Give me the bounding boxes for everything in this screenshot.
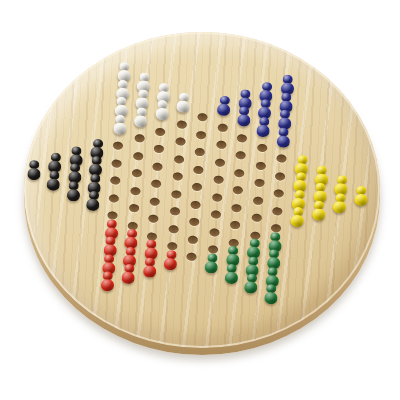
hole[interactable] bbox=[210, 210, 221, 219]
peg-body bbox=[27, 168, 41, 181]
hole[interactable] bbox=[251, 214, 262, 223]
peg-yellow[interactable] bbox=[332, 193, 347, 214]
hole[interactable] bbox=[209, 228, 220, 237]
hole[interactable] bbox=[275, 172, 286, 181]
hole[interactable] bbox=[217, 123, 228, 132]
hole[interactable] bbox=[155, 127, 166, 136]
peg-blue[interactable] bbox=[256, 116, 271, 137]
peg-body bbox=[244, 281, 258, 294]
hole[interactable] bbox=[175, 137, 186, 146]
hole[interactable] bbox=[233, 186, 244, 195]
hole[interactable] bbox=[171, 190, 182, 199]
hole[interactable] bbox=[186, 252, 197, 261]
hole[interactable] bbox=[149, 197, 160, 206]
peg-body bbox=[142, 265, 156, 278]
hole[interactable] bbox=[188, 235, 199, 244]
peg-red[interactable] bbox=[163, 249, 178, 270]
hole[interactable] bbox=[190, 200, 201, 209]
peg-body bbox=[311, 208, 325, 221]
peg-green[interactable] bbox=[204, 253, 219, 274]
peg-body bbox=[66, 188, 80, 201]
hole[interactable] bbox=[234, 168, 245, 177]
hole[interactable] bbox=[256, 144, 267, 153]
peg-body bbox=[224, 271, 238, 284]
hole[interactable] bbox=[128, 204, 139, 213]
hole[interactable] bbox=[197, 113, 208, 122]
peg-white[interactable] bbox=[134, 107, 149, 128]
hole[interactable] bbox=[216, 141, 227, 150]
hole[interactable] bbox=[255, 161, 266, 170]
hole[interactable] bbox=[235, 151, 246, 160]
hole[interactable] bbox=[131, 169, 142, 178]
peg-black[interactable] bbox=[66, 180, 81, 201]
peg-blue[interactable] bbox=[236, 106, 251, 127]
peg-body bbox=[176, 100, 190, 113]
hole[interactable] bbox=[110, 176, 121, 185]
peg-white[interactable] bbox=[155, 100, 170, 121]
peg-body bbox=[264, 292, 278, 305]
peg-blue[interactable] bbox=[276, 127, 291, 148]
peg-black[interactable] bbox=[46, 170, 61, 191]
hole[interactable] bbox=[193, 165, 204, 174]
peg-green[interactable] bbox=[224, 263, 239, 284]
peg-body bbox=[163, 257, 177, 270]
peg-body bbox=[46, 178, 60, 191]
hole[interactable] bbox=[194, 148, 205, 157]
peg-body bbox=[121, 272, 135, 285]
peg-body bbox=[276, 135, 290, 148]
peg-black[interactable] bbox=[86, 191, 101, 212]
peg-black[interactable] bbox=[27, 160, 42, 181]
peg-body bbox=[100, 279, 114, 292]
hole[interactable] bbox=[230, 221, 241, 230]
hole[interactable] bbox=[176, 120, 187, 129]
peg-green[interactable] bbox=[244, 273, 259, 294]
hole[interactable] bbox=[130, 187, 141, 196]
peg-body bbox=[354, 193, 368, 206]
hole[interactable] bbox=[132, 152, 143, 161]
hole[interactable] bbox=[273, 189, 284, 198]
peg-body bbox=[155, 108, 169, 121]
hole[interactable] bbox=[211, 193, 222, 202]
peg-red[interactable] bbox=[100, 271, 115, 292]
hole[interactable] bbox=[168, 225, 179, 234]
peg-red[interactable] bbox=[142, 257, 157, 278]
hole[interactable] bbox=[252, 196, 263, 205]
peg-body bbox=[112, 122, 126, 135]
peg-yellow[interactable] bbox=[290, 207, 305, 228]
hole[interactable] bbox=[172, 172, 183, 181]
hole[interactable] bbox=[148, 214, 159, 223]
hole[interactable] bbox=[154, 145, 165, 154]
hole[interactable] bbox=[113, 141, 124, 150]
peg-body bbox=[236, 114, 250, 127]
peg-body bbox=[86, 199, 100, 212]
peg-yellow[interactable] bbox=[311, 200, 326, 221]
hole[interactable] bbox=[276, 154, 287, 163]
hole[interactable] bbox=[173, 155, 184, 164]
product-photo bbox=[0, 0, 400, 400]
hole[interactable] bbox=[151, 179, 162, 188]
peg-white[interactable] bbox=[112, 114, 127, 135]
peg-body bbox=[134, 115, 148, 128]
hole[interactable] bbox=[189, 218, 200, 227]
peg-white[interactable] bbox=[176, 92, 191, 113]
peg-body bbox=[204, 261, 218, 274]
peg-body bbox=[290, 215, 304, 228]
hole[interactable] bbox=[152, 162, 163, 171]
hole[interactable] bbox=[169, 207, 180, 216]
hole[interactable] bbox=[214, 158, 225, 167]
hole[interactable] bbox=[111, 159, 122, 168]
peg-blue[interactable] bbox=[217, 96, 232, 117]
peg-red[interactable] bbox=[121, 264, 136, 285]
hole[interactable] bbox=[231, 203, 242, 212]
hole[interactable] bbox=[134, 134, 145, 143]
peg-body bbox=[332, 200, 346, 213]
hole[interactable] bbox=[272, 206, 283, 215]
peg-green[interactable] bbox=[264, 284, 279, 305]
hole[interactable] bbox=[254, 179, 265, 188]
hole[interactable] bbox=[192, 183, 203, 192]
hole-field bbox=[0, 0, 400, 400]
peg-body bbox=[256, 124, 270, 137]
hole[interactable] bbox=[237, 133, 248, 142]
hole[interactable] bbox=[213, 176, 224, 185]
hole[interactable] bbox=[196, 130, 207, 139]
peg-body bbox=[217, 104, 231, 117]
hole[interactable] bbox=[109, 194, 120, 203]
peg-yellow[interactable] bbox=[354, 185, 369, 206]
